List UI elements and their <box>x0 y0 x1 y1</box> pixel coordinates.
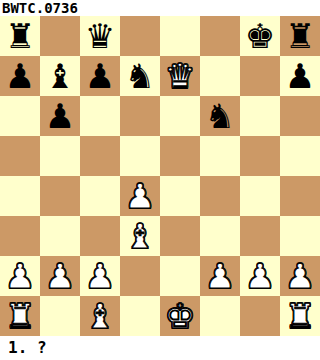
square-h7[interactable]: ♟ <box>280 56 320 96</box>
square-a3[interactable] <box>0 216 40 256</box>
white-pawn-c2: ♟ <box>80 256 120 296</box>
square-e3[interactable] <box>160 216 200 256</box>
white-rook-h1: ♜ <box>280 296 320 336</box>
square-d5[interactable] <box>120 136 160 176</box>
move-prompt: 1. ? <box>0 336 320 360</box>
square-c4[interactable] <box>80 176 120 216</box>
black-pawn-c7: ♟ <box>80 56 120 96</box>
square-g3[interactable] <box>240 216 280 256</box>
diagram-id-label: BWTC.0736 <box>0 0 320 16</box>
square-e7[interactable]: ♛ <box>160 56 200 96</box>
square-g7[interactable] <box>240 56 280 96</box>
square-g2[interactable]: ♟ <box>240 256 280 296</box>
square-g4[interactable] <box>240 176 280 216</box>
black-bishop-b7: ♝ <box>40 56 80 96</box>
white-pawn-b2: ♟ <box>40 256 80 296</box>
square-c6[interactable] <box>80 96 120 136</box>
square-g6[interactable] <box>240 96 280 136</box>
black-rook-h8: ♜ <box>280 16 320 56</box>
square-h6[interactable] <box>280 96 320 136</box>
square-a1[interactable]: ♜ <box>0 296 40 336</box>
square-d2[interactable] <box>120 256 160 296</box>
square-f3[interactable] <box>200 216 240 256</box>
square-b1[interactable] <box>40 296 80 336</box>
square-h2[interactable]: ♟ <box>280 256 320 296</box>
square-a5[interactable] <box>0 136 40 176</box>
white-pawn-d4: ♟ <box>120 176 160 216</box>
square-c8[interactable]: ♛ <box>80 16 120 56</box>
square-h1[interactable]: ♜ <box>280 296 320 336</box>
white-pawn-f2: ♟ <box>200 256 240 296</box>
square-e6[interactable] <box>160 96 200 136</box>
white-king-e1: ♚ <box>160 296 200 336</box>
square-d4[interactable]: ♟ <box>120 176 160 216</box>
black-knight-d7: ♞ <box>120 56 160 96</box>
square-e8[interactable] <box>160 16 200 56</box>
square-b2[interactable]: ♟ <box>40 256 80 296</box>
black-king-g8: ♚ <box>240 16 280 56</box>
square-b6[interactable]: ♟ <box>40 96 80 136</box>
square-b4[interactable] <box>40 176 80 216</box>
black-pawn-a7: ♟ <box>0 56 40 96</box>
square-c2[interactable]: ♟ <box>80 256 120 296</box>
white-pawn-a2: ♟ <box>0 256 40 296</box>
chess-diagram-page: BWTC.0736 ♜♛♚♜♟♝♟♞♛♟♟♞♟♝♟♟♟♟♟♟♜♝♚♜ 1. ? <box>0 0 320 360</box>
square-f1[interactable] <box>200 296 240 336</box>
square-d8[interactable] <box>120 16 160 56</box>
square-c5[interactable] <box>80 136 120 176</box>
square-a6[interactable] <box>0 96 40 136</box>
square-d3[interactable]: ♝ <box>120 216 160 256</box>
white-queen-e7: ♛ <box>160 56 200 96</box>
square-h5[interactable] <box>280 136 320 176</box>
square-f7[interactable] <box>200 56 240 96</box>
square-d6[interactable] <box>120 96 160 136</box>
square-f4[interactable] <box>200 176 240 216</box>
black-pawn-b6: ♟ <box>40 96 80 136</box>
square-h8[interactable]: ♜ <box>280 16 320 56</box>
chess-board: ♜♛♚♜♟♝♟♞♛♟♟♞♟♝♟♟♟♟♟♟♜♝♚♜ <box>0 16 320 336</box>
square-a8[interactable]: ♜ <box>0 16 40 56</box>
square-g8[interactable]: ♚ <box>240 16 280 56</box>
square-e5[interactable] <box>160 136 200 176</box>
square-d7[interactable]: ♞ <box>120 56 160 96</box>
white-rook-a1: ♜ <box>0 296 40 336</box>
white-bishop-d3: ♝ <box>120 216 160 256</box>
square-e1[interactable]: ♚ <box>160 296 200 336</box>
square-g5[interactable] <box>240 136 280 176</box>
square-c3[interactable] <box>80 216 120 256</box>
square-e4[interactable] <box>160 176 200 216</box>
square-e2[interactable] <box>160 256 200 296</box>
square-a4[interactable] <box>0 176 40 216</box>
square-f8[interactable] <box>200 16 240 56</box>
square-g1[interactable] <box>240 296 280 336</box>
square-c7[interactable]: ♟ <box>80 56 120 96</box>
square-b5[interactable] <box>40 136 80 176</box>
black-queen-c8: ♛ <box>80 16 120 56</box>
square-b8[interactable] <box>40 16 80 56</box>
square-d1[interactable] <box>120 296 160 336</box>
square-b3[interactable] <box>40 216 80 256</box>
square-a2[interactable]: ♟ <box>0 256 40 296</box>
square-f6[interactable]: ♞ <box>200 96 240 136</box>
white-pawn-g2: ♟ <box>240 256 280 296</box>
square-c1[interactable]: ♝ <box>80 296 120 336</box>
square-h4[interactable] <box>280 176 320 216</box>
square-a7[interactable]: ♟ <box>0 56 40 96</box>
black-pawn-h7: ♟ <box>280 56 320 96</box>
square-h3[interactable] <box>280 216 320 256</box>
square-f5[interactable] <box>200 136 240 176</box>
square-b7[interactable]: ♝ <box>40 56 80 96</box>
black-knight-f6: ♞ <box>200 96 240 136</box>
white-pawn-h2: ♟ <box>280 256 320 296</box>
white-bishop-c1: ♝ <box>80 296 120 336</box>
square-f2[interactable]: ♟ <box>200 256 240 296</box>
black-rook-a8: ♜ <box>0 16 40 56</box>
